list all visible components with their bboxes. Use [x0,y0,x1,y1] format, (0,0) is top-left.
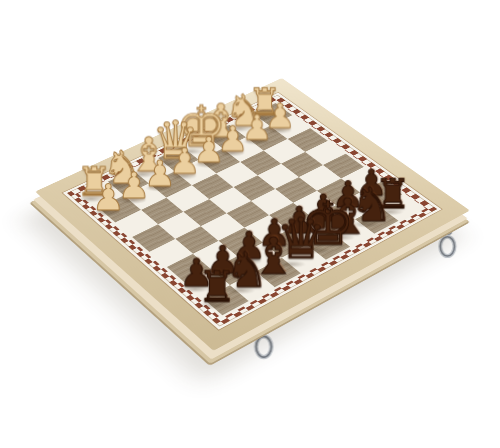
metal-clasp-icon [434,227,460,260]
decorative-checkered-border: ♜♟♟♜♞♟♟♞♝♟♟♝♚♟♟♚♛♟♟♛♝♟♟♝♞♟♟♞♜♟♟♜ [63,93,442,330]
product-photo-scene: ♜♟♟♜♞♟♟♞♝♟♟♝♚♟♟♚♛♟♟♛♝♟♟♝♞♟♟♞♜♟♟♜ [0,0,500,448]
photo-background: ♜♟♟♜♞♟♟♞♝♟♟♝♚♟♟♚♛♟♟♛♝♟♟♝♞♟♟♞♜♟♟♜ [0,0,500,448]
white-pawn-a2: ♟ [92,181,123,214]
metal-clasp-icon [250,326,278,361]
board-frame: ♜♟♟♜♞♟♟♞♝♟♟♝♚♟♟♚♛♟♟♛♝♟♟♝♞♟♟♞♜♟♟♜ [35,78,470,351]
square-h4 [305,141,346,166]
board-playing-area: ♜♟♟♜♞♟♟♞♝♟♟♝♚♟♟♚♛♟♟♛♝♟♟♝♞♟♟♞♜♟♟♜ [78,101,426,318]
chessboard: ♜♟♟♜♞♟♟♞♝♟♟♝♚♟♟♚♛♟♟♛♝♟♟♝♞♟♟♞♜♟♟♜ [35,78,470,351]
chess-board-grid: ♜♟♟♜♞♟♟♞♝♟♟♝♚♟♟♚♛♟♟♛♝♟♟♝♞♟♟♞♜♟♟♜ [82,103,421,315]
black-rook-a8: ♜ [197,267,230,307]
